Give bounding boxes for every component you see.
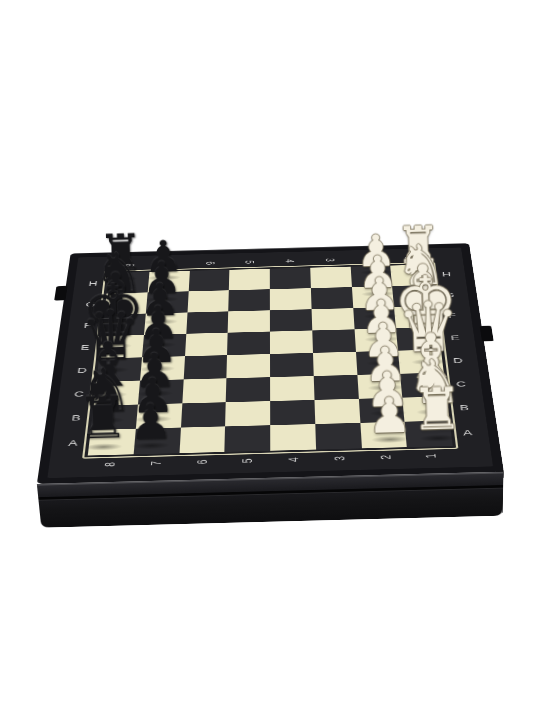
clasp-left <box>54 286 68 301</box>
black-pawn-a7[interactable]: ♟ <box>128 396 173 446</box>
white-rook-a1[interactable]: ♜ <box>410 380 463 439</box>
square-h1[interactable] <box>390 265 433 286</box>
square-g5[interactable] <box>228 289 269 311</box>
square-e5[interactable] <box>227 332 270 355</box>
board-case: HGFEDCBA HGFEDCBA 87654321 87654321 ♜♞♝♛… <box>37 243 504 484</box>
square-e3[interactable] <box>312 329 355 352</box>
square-g3[interactable] <box>311 287 353 309</box>
board-scene: HGFEDCBA HGFEDCBA 87654321 87654321 ♜♞♝♛… <box>49 133 490 574</box>
square-h3[interactable] <box>310 267 351 288</box>
white-pawn-a2[interactable]: ♟ <box>366 390 411 440</box>
square-f6[interactable] <box>186 311 229 334</box>
square-f3[interactable] <box>311 308 354 331</box>
file-label: H <box>435 264 458 285</box>
square-g2[interactable] <box>351 286 394 308</box>
board-surface: HGFEDCBA HGFEDCBA 87654321 87654321 ♜♞♝♛… <box>37 243 504 484</box>
square-e4[interactable] <box>270 331 313 354</box>
square-f5[interactable] <box>228 310 270 333</box>
square-h5[interactable] <box>229 269 270 290</box>
square-g6[interactable] <box>187 290 229 312</box>
black-rook-a8[interactable]: ♜ <box>76 389 129 448</box>
square-h7[interactable] <box>147 271 189 292</box>
clasp-right <box>480 326 494 342</box>
square-h4[interactable] <box>270 268 311 289</box>
square-f4[interactable] <box>270 309 312 332</box>
file-label: H <box>82 273 104 294</box>
square-g7[interactable] <box>146 291 189 313</box>
square-h8[interactable] <box>107 272 150 293</box>
square-h2[interactable] <box>350 266 392 287</box>
square-h6[interactable] <box>188 270 229 291</box>
chess-set-photo: HGFEDCBA HGFEDCBA 87654321 87654321 ♜♞♝♛… <box>0 0 540 720</box>
square-e6[interactable] <box>185 333 228 356</box>
square-g4[interactable] <box>270 288 311 310</box>
